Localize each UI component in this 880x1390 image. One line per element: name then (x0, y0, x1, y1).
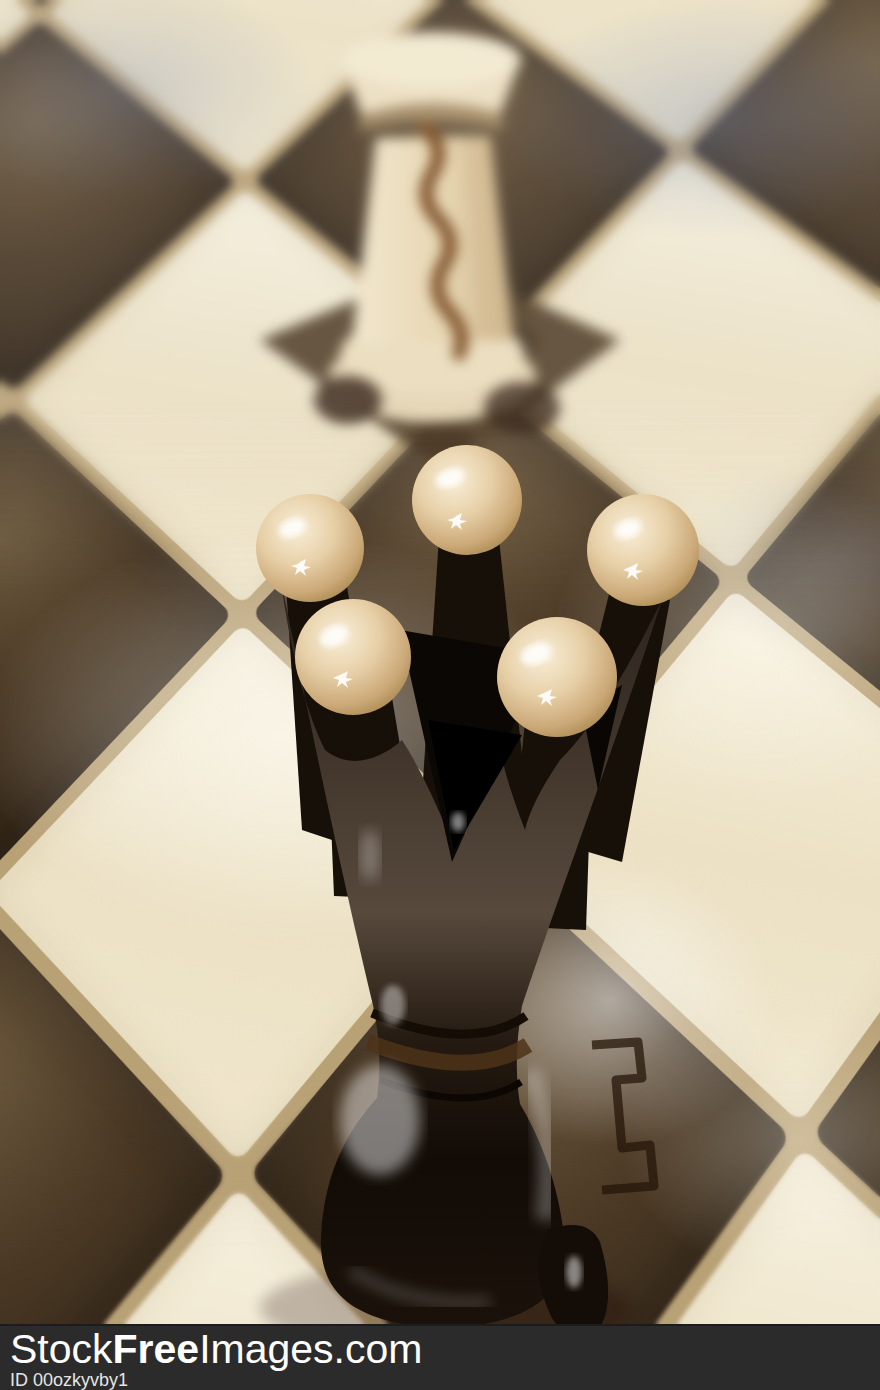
watermark-brand: StockFreeImages.com (10, 1327, 880, 1371)
black-queen-piece (230, 430, 730, 1324)
watermark-image-id: ID 00ozkyvby1 (10, 1371, 880, 1390)
brand-free: Free (113, 1326, 200, 1372)
brand-stock: Stock (10, 1326, 113, 1372)
chess-photo: ♖ ♛ (0, 0, 880, 1324)
square-drip-mark (592, 1042, 654, 1190)
watermark-bar: StockFreeImages.com ID 00ozkyvby1 (0, 1324, 880, 1390)
brand-rest: Images.com (199, 1326, 422, 1372)
stock-photo-page: ♖ ♛ StockFreeImages.com ID 00ozkyvby1 (0, 0, 880, 1390)
white-rook-piece (260, 10, 620, 480)
